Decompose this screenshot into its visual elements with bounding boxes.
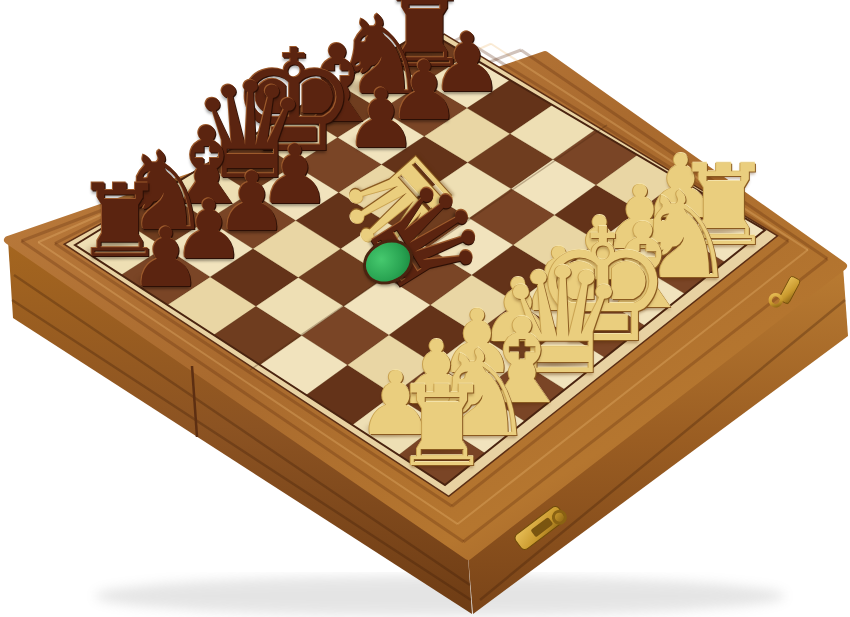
chess-set-photo: ♜♞♝♛♚♝♞♜♟♟♟♟♟♟♟♟♜♞♝♛♚♝♞♜♟♟♟♟♟♟♟♛♛ — [0, 0, 850, 617]
chess-board-box — [0, 0, 850, 617]
